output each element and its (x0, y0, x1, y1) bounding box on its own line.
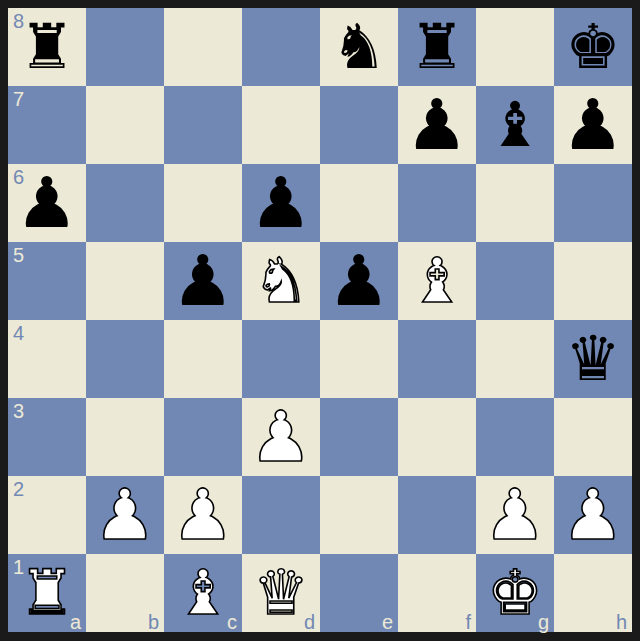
black-bishop[interactable]: ♝ (487, 86, 543, 164)
square-c7[interactable] (164, 86, 242, 164)
white-bishop[interactable]: ♝ (175, 554, 231, 632)
file-label-c: c (227, 611, 237, 633)
file-label-g: g (538, 611, 549, 633)
square-h5[interactable] (554, 242, 632, 320)
square-e1[interactable]: e (320, 554, 398, 632)
square-c2[interactable]: ♟ (164, 476, 242, 554)
square-a2[interactable]: 2 (8, 476, 86, 554)
white-queen[interactable]: ♛ (253, 554, 309, 632)
rank-label-5: 5 (13, 244, 24, 266)
rank-label-6: 6 (13, 166, 24, 188)
square-d3[interactable]: ♟ (242, 398, 320, 476)
file-label-e: e (382, 611, 393, 633)
square-f7[interactable]: ♟ (398, 86, 476, 164)
white-rook[interactable]: ♜ (19, 554, 75, 632)
square-c1[interactable]: c♝ (164, 554, 242, 632)
square-b6[interactable] (86, 164, 164, 242)
square-a1[interactable]: 1a♜ (8, 554, 86, 632)
square-c3[interactable] (164, 398, 242, 476)
square-c5[interactable]: ♟ (164, 242, 242, 320)
square-a8[interactable]: 8♜ (8, 8, 86, 86)
white-pawn[interactable]: ♟ (172, 476, 235, 554)
square-g2[interactable]: ♟ (476, 476, 554, 554)
black-pawn[interactable]: ♟ (172, 242, 235, 320)
white-pawn[interactable]: ♟ (94, 476, 157, 554)
square-d5[interactable]: ♞ (242, 242, 320, 320)
square-h7[interactable]: ♟ (554, 86, 632, 164)
square-d8[interactable] (242, 8, 320, 86)
rank-label-8: 8 (13, 10, 24, 32)
white-king[interactable]: ♚ (487, 554, 543, 632)
white-pawn[interactable]: ♟ (562, 476, 625, 554)
square-e7[interactable] (320, 86, 398, 164)
square-a3[interactable]: 3 (8, 398, 86, 476)
square-b2[interactable]: ♟ (86, 476, 164, 554)
square-d7[interactable] (242, 86, 320, 164)
square-g1[interactable]: g♚ (476, 554, 554, 632)
black-pawn[interactable]: ♟ (16, 164, 79, 242)
square-e6[interactable] (320, 164, 398, 242)
white-knight[interactable]: ♞ (253, 242, 309, 320)
rank-label-4: 4 (13, 322, 24, 344)
square-e4[interactable] (320, 320, 398, 398)
square-g4[interactable] (476, 320, 554, 398)
square-e3[interactable] (320, 398, 398, 476)
square-b3[interactable] (86, 398, 164, 476)
square-g6[interactable] (476, 164, 554, 242)
square-e2[interactable] (320, 476, 398, 554)
square-b8[interactable] (86, 8, 164, 86)
rank-label-3: 3 (13, 400, 24, 422)
square-c8[interactable] (164, 8, 242, 86)
file-label-f: f (465, 611, 471, 633)
square-f3[interactable] (398, 398, 476, 476)
square-a5[interactable]: 5 (8, 242, 86, 320)
square-b5[interactable] (86, 242, 164, 320)
square-e5[interactable]: ♟ (320, 242, 398, 320)
square-a6[interactable]: 6♟ (8, 164, 86, 242)
square-f6[interactable] (398, 164, 476, 242)
square-g8[interactable] (476, 8, 554, 86)
square-h4[interactable]: ♛ (554, 320, 632, 398)
black-pawn[interactable]: ♟ (562, 86, 625, 164)
square-d2[interactable] (242, 476, 320, 554)
square-h8[interactable]: ♚ (554, 8, 632, 86)
square-f4[interactable] (398, 320, 476, 398)
square-h6[interactable] (554, 164, 632, 242)
white-pawn[interactable]: ♟ (250, 398, 313, 476)
black-pawn[interactable]: ♟ (328, 242, 391, 320)
square-f8[interactable]: ♜ (398, 8, 476, 86)
square-g3[interactable] (476, 398, 554, 476)
rank-label-7: 7 (13, 88, 24, 110)
square-g7[interactable]: ♝ (476, 86, 554, 164)
square-h2[interactable]: ♟ (554, 476, 632, 554)
file-label-b: b (148, 611, 159, 633)
square-b4[interactable] (86, 320, 164, 398)
square-f5[interactable]: ♝ (398, 242, 476, 320)
black-king[interactable]: ♚ (565, 8, 621, 86)
square-c4[interactable] (164, 320, 242, 398)
white-bishop[interactable]: ♝ (409, 242, 465, 320)
square-f1[interactable]: f (398, 554, 476, 632)
chess-board: 8♜♞♜♚7♟♝♟6♟♟5♟♞♟♝4♛3♟2♟♟♟♟1a♜bc♝d♛efg♚h (8, 8, 632, 632)
black-rook[interactable]: ♜ (19, 8, 75, 86)
rank-label-2: 2 (13, 478, 24, 500)
black-knight[interactable]: ♞ (331, 8, 387, 86)
square-e8[interactable]: ♞ (320, 8, 398, 86)
square-c6[interactable] (164, 164, 242, 242)
square-b1[interactable]: b (86, 554, 164, 632)
file-label-h: h (616, 611, 627, 633)
square-a4[interactable]: 4 (8, 320, 86, 398)
square-h1[interactable]: h (554, 554, 632, 632)
black-queen[interactable]: ♛ (565, 320, 621, 398)
chess-app: 8♜♞♜♚7♟♝♟6♟♟5♟♞♟♝4♛3♟2♟♟♟♟1a♜bc♝d♛efg♚h (0, 0, 640, 641)
square-d6[interactable]: ♟ (242, 164, 320, 242)
square-g5[interactable] (476, 242, 554, 320)
square-d4[interactable] (242, 320, 320, 398)
file-label-a: a (70, 611, 81, 633)
white-pawn[interactable]: ♟ (484, 476, 547, 554)
square-b7[interactable] (86, 86, 164, 164)
square-d1[interactable]: d♛ (242, 554, 320, 632)
black-pawn[interactable]: ♟ (406, 86, 469, 164)
rank-label-1: 1 (13, 556, 24, 578)
black-pawn[interactable]: ♟ (250, 164, 313, 242)
square-h3[interactable] (554, 398, 632, 476)
square-f2[interactable] (398, 476, 476, 554)
square-a7[interactable]: 7 (8, 86, 86, 164)
file-label-d: d (304, 611, 315, 633)
black-rook[interactable]: ♜ (409, 8, 465, 86)
